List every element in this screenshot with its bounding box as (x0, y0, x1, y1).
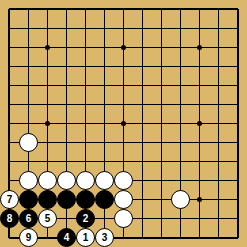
grid-line (161, 28, 162, 38)
intersection-k12[interactable] (171, 19, 190, 38)
intersection-k8[interactable] (171, 95, 190, 114)
intersection-a3[interactable]: 7 (0, 190, 19, 209)
grid-line (85, 47, 95, 48)
intersection-e3[interactable] (76, 190, 95, 209)
grid-line (85, 161, 95, 162)
grid-line (142, 180, 152, 181)
white-stone (95, 171, 114, 190)
grid-line (180, 142, 181, 152)
intersection-e4[interactable] (76, 171, 95, 190)
intersection-k11[interactable] (171, 38, 190, 57)
intersection-k7[interactable] (171, 114, 190, 133)
intersection-h13[interactable] (133, 0, 152, 19)
grid-line (180, 180, 181, 190)
intersection-h1[interactable] (133, 228, 152, 247)
intersection-f5[interactable] (95, 152, 114, 171)
grid-line (237, 9, 239, 19)
intersection-k5[interactable] (171, 152, 190, 171)
move-number-label: 7 (7, 195, 13, 205)
grid-line (237, 28, 239, 38)
intersection-g11[interactable] (114, 38, 133, 57)
grid-line (28, 85, 29, 95)
intersection-j5[interactable] (152, 152, 171, 171)
intersection-j3[interactable] (152, 190, 171, 209)
grid-line (9, 180, 19, 181)
intersection-NaN[interactable] (228, 133, 247, 152)
grid-line (66, 8, 76, 10)
intersection-c10[interactable] (38, 57, 57, 76)
grid-line (218, 237, 228, 239)
hoshi-dot (45, 45, 50, 50)
grid-line (28, 47, 29, 57)
intersection-a2[interactable]: 8 (0, 209, 19, 228)
grid-line (123, 28, 133, 29)
intersection-m11[interactable] (209, 38, 228, 57)
grid-line (47, 66, 57, 67)
grid-line (9, 85, 19, 86)
grid-line (142, 142, 143, 152)
grid-line (85, 85, 86, 95)
grid-line (161, 9, 162, 19)
intersection-c13[interactable] (38, 0, 57, 19)
intersection-m13[interactable] (209, 0, 228, 19)
intersection-k6[interactable] (171, 133, 190, 152)
intersection-b8[interactable] (19, 95, 38, 114)
intersection-j7[interactable] (152, 114, 171, 133)
grid-line (218, 28, 228, 29)
intersection-f6[interactable] (95, 133, 114, 152)
intersection-c8[interactable] (38, 95, 57, 114)
intersection-NaN[interactable] (228, 209, 247, 228)
intersection-h9[interactable] (133, 76, 152, 95)
intersection-d7[interactable] (57, 114, 76, 133)
intersection-b13[interactable] (19, 0, 38, 19)
intersection-NaN[interactable] (228, 19, 247, 38)
intersection-g6[interactable] (114, 133, 133, 152)
intersection-b9[interactable] (19, 76, 38, 95)
grid-line (104, 142, 105, 152)
intersection-b1[interactable]: 9 (19, 228, 38, 247)
intersection-NaN[interactable] (228, 0, 247, 19)
go-board: 786529413 (0, 0, 247, 247)
intersection-l9[interactable] (190, 76, 209, 95)
intersection-e6[interactable] (76, 133, 95, 152)
intersection-g9[interactable] (114, 76, 133, 95)
intersection-b6[interactable] (19, 133, 38, 152)
grid-line (28, 104, 38, 105)
intersection-k2[interactable] (171, 209, 190, 228)
intersection-g13[interactable] (114, 0, 133, 19)
grid-line (123, 161, 124, 171)
grid-line (180, 228, 181, 238)
grid-line (218, 85, 219, 95)
hoshi-dot (197, 121, 202, 126)
intersection-e9[interactable] (76, 76, 95, 95)
intersection-b4[interactable] (19, 171, 38, 190)
intersection-f1[interactable]: 3 (95, 228, 114, 247)
grid-line (66, 47, 76, 48)
grid-line (161, 180, 171, 181)
white-stone (38, 171, 57, 190)
grid-line (218, 47, 219, 57)
intersection-g12[interactable] (114, 19, 133, 38)
grid-line (66, 123, 67, 133)
intersection-c4[interactable] (38, 171, 57, 190)
grid-line (66, 28, 67, 38)
grid-line (142, 161, 152, 162)
intersection-f13[interactable] (95, 0, 114, 19)
intersection-c6[interactable] (38, 133, 57, 152)
move-number-label: 6 (26, 214, 32, 224)
intersection-NaN[interactable] (228, 152, 247, 171)
grid-line (142, 47, 143, 57)
grid-line (199, 104, 209, 105)
intersection-g2[interactable] (114, 209, 133, 228)
intersection-l12[interactable] (190, 19, 209, 38)
intersection-m4[interactable] (209, 171, 228, 190)
intersection-l10[interactable] (190, 57, 209, 76)
intersection-f12[interactable] (95, 19, 114, 38)
grid-line (218, 228, 219, 238)
grid-line (180, 9, 181, 19)
grid-line (180, 104, 181, 114)
intersection-d5[interactable] (57, 152, 76, 171)
intersection-f7[interactable] (95, 114, 114, 133)
black-stone (57, 190, 76, 209)
grid-line (237, 161, 239, 171)
grid-line (218, 180, 219, 190)
intersection-a13[interactable] (0, 0, 19, 19)
intersection-a8[interactable] (0, 95, 19, 114)
intersection-e7[interactable] (76, 114, 95, 133)
intersection-b12[interactable] (19, 19, 38, 38)
intersection-m2[interactable] (209, 209, 228, 228)
grid-line (47, 161, 57, 162)
intersection-g7[interactable] (114, 114, 133, 133)
intersection-b2[interactable]: 6 (19, 209, 38, 228)
intersection-l11[interactable] (190, 38, 209, 57)
intersection-h12[interactable] (133, 19, 152, 38)
intersection-b10[interactable] (19, 57, 38, 76)
intersection-a5[interactable] (0, 152, 19, 171)
grid-line (85, 123, 86, 133)
grid-line (199, 104, 200, 114)
grid-line (142, 28, 152, 29)
grid-line (9, 66, 19, 67)
intersection-a4[interactable] (0, 171, 19, 190)
grid-line (8, 180, 10, 190)
intersection-f4[interactable] (95, 171, 114, 190)
grid-line (123, 237, 133, 239)
grid-line (66, 218, 76, 219)
intersection-j2[interactable] (152, 209, 171, 228)
intersection-d10[interactable] (57, 57, 76, 76)
intersection-c9[interactable] (38, 76, 57, 95)
intersection-g10[interactable] (114, 57, 133, 76)
grid-line (142, 66, 152, 67)
intersection-d6[interactable] (57, 133, 76, 152)
grid-line (8, 9, 10, 19)
intersection-j12[interactable] (152, 19, 171, 38)
intersection-e5[interactable] (76, 152, 95, 171)
grid-line (8, 66, 10, 76)
intersection-c1[interactable] (38, 228, 57, 247)
intersection-m10[interactable] (209, 57, 228, 76)
intersection-a6[interactable] (0, 133, 19, 152)
intersection-d4[interactable] (57, 171, 76, 190)
grid-line (218, 85, 228, 86)
grid-line (180, 218, 190, 219)
intersection-f2[interactable] (95, 209, 114, 228)
hoshi-dot (197, 197, 202, 202)
intersection-h2[interactable] (133, 209, 152, 228)
grid-line (104, 104, 114, 105)
grid-line (218, 8, 228, 10)
intersection-g4[interactable] (114, 171, 133, 190)
grid-line (85, 47, 86, 57)
intersection-k4[interactable] (171, 171, 190, 190)
intersection-e2[interactable]: 2 (76, 209, 95, 228)
grid-line (142, 28, 143, 38)
move-number-label: 9 (26, 233, 32, 243)
white-stone (114, 190, 133, 209)
grid-line (218, 66, 228, 67)
intersection-m8[interactable] (209, 95, 228, 114)
intersection-e10[interactable] (76, 57, 95, 76)
intersection-b5[interactable] (19, 152, 38, 171)
intersection-e12[interactable] (76, 19, 95, 38)
grid-line (123, 228, 124, 238)
grid-line (142, 9, 143, 19)
intersection-d8[interactable] (57, 95, 76, 114)
intersection-d13[interactable] (57, 0, 76, 19)
intersection-a10[interactable] (0, 57, 19, 76)
intersection-g8[interactable] (114, 95, 133, 114)
intersection-NaN[interactable] (228, 171, 247, 190)
grid-line (180, 142, 190, 143)
intersection-b11[interactable] (19, 38, 38, 57)
intersection-NaN[interactable] (228, 114, 247, 133)
intersection-l3[interactable] (190, 190, 209, 209)
intersection-d2[interactable] (57, 209, 76, 228)
grid-line (199, 66, 209, 67)
intersection-a11[interactable] (0, 38, 19, 57)
grid-line (142, 161, 143, 171)
intersection-b7[interactable] (19, 114, 38, 133)
intersection-j9[interactable] (152, 76, 171, 95)
grid-line (237, 85, 239, 95)
intersection-m12[interactable] (209, 19, 228, 38)
grid-line (104, 28, 105, 38)
intersection-l6[interactable] (190, 133, 209, 152)
grid-line (104, 66, 114, 67)
grid-line (142, 85, 152, 86)
grid-line (199, 218, 209, 219)
intersection-l2[interactable] (190, 209, 209, 228)
grid-line (47, 28, 48, 38)
grid-line (199, 218, 200, 228)
grid-line (180, 123, 181, 133)
grid-line (161, 218, 162, 228)
intersection-d12[interactable] (57, 19, 76, 38)
grid-line (66, 85, 67, 95)
intersection-e13[interactable] (76, 0, 95, 19)
intersection-m3[interactable] (209, 190, 228, 209)
grid-line (199, 9, 200, 19)
grid-line (123, 8, 133, 10)
intersection-h10[interactable] (133, 57, 152, 76)
intersection-k10[interactable] (171, 57, 190, 76)
grid-line (28, 161, 29, 171)
grid-line (180, 161, 190, 162)
white-stone: 3 (95, 228, 114, 247)
intersection-NaN[interactable] (228, 95, 247, 114)
grid-line (237, 66, 239, 76)
grid-line (180, 85, 190, 86)
intersection-m7[interactable] (209, 114, 228, 133)
grid-line (142, 85, 143, 95)
intersection-NaN[interactable] (228, 190, 247, 209)
intersection-e1[interactable]: 1 (76, 228, 95, 247)
intersection-j10[interactable] (152, 57, 171, 76)
grid-line (28, 28, 29, 38)
intersection-h5[interactable] (133, 152, 152, 171)
intersection-l4[interactable] (190, 171, 209, 190)
intersection-f3[interactable] (95, 190, 114, 209)
intersection-NaN[interactable] (228, 57, 247, 76)
intersection-j11[interactable] (152, 38, 171, 57)
intersection-j4[interactable] (152, 171, 171, 190)
grid-line (85, 123, 95, 124)
intersection-m1[interactable] (209, 228, 228, 247)
intersection-c3[interactable] (38, 190, 57, 209)
intersection-h11[interactable] (133, 38, 152, 57)
intersection-l5[interactable] (190, 152, 209, 171)
intersection-m5[interactable] (209, 152, 228, 171)
intersection-f11[interactable] (95, 38, 114, 57)
intersection-l13[interactable] (190, 0, 209, 19)
intersection-g1[interactable] (114, 228, 133, 247)
intersection-NaN[interactable] (228, 38, 247, 57)
grid-line (104, 85, 105, 95)
grid-line (199, 228, 200, 238)
black-stone: 2 (76, 209, 95, 228)
grid-line (180, 161, 181, 171)
hoshi-dot (45, 121, 50, 126)
intersection-l1[interactable] (190, 228, 209, 247)
intersection-d1[interactable]: 4 (57, 228, 76, 247)
intersection-m9[interactable] (209, 76, 228, 95)
intersection-j13[interactable] (152, 0, 171, 19)
intersection-f9[interactable] (95, 76, 114, 95)
grid-line (104, 218, 114, 219)
grid-line (161, 199, 171, 200)
intersection-k9[interactable] (171, 76, 190, 95)
intersection-k3[interactable] (171, 190, 190, 209)
grid-line (161, 104, 162, 114)
grid-line (161, 47, 171, 48)
intersection-f8[interactable] (95, 95, 114, 114)
intersection-c12[interactable] (38, 19, 57, 38)
intersection-a1[interactable] (0, 228, 19, 247)
intersection-g5[interactable] (114, 152, 133, 171)
grid-line (161, 218, 171, 219)
intersection-d9[interactable] (57, 76, 76, 95)
grid-line (237, 228, 239, 238)
grid-line (85, 161, 86, 171)
grid-line (85, 9, 86, 19)
grid-line (218, 123, 219, 133)
grid-line (237, 199, 239, 209)
intersection-d3[interactable] (57, 190, 76, 209)
intersection-e8[interactable] (76, 95, 95, 114)
intersection-a12[interactable] (0, 19, 19, 38)
intersection-l8[interactable] (190, 95, 209, 114)
intersection-a9[interactable] (0, 76, 19, 95)
grid-line (142, 47, 152, 48)
grid-line (8, 228, 10, 238)
intersection-c2[interactable]: 5 (38, 209, 57, 228)
grid-line (180, 47, 181, 57)
grid-line (104, 161, 105, 171)
intersection-k1[interactable] (171, 228, 190, 247)
intersection-g3[interactable] (114, 190, 133, 209)
grid-line (28, 66, 29, 76)
grid-line (218, 28, 219, 38)
intersection-h4[interactable] (133, 171, 152, 190)
intersection-c5[interactable] (38, 152, 57, 171)
intersection-l7[interactable] (190, 114, 209, 133)
intersection-m6[interactable] (209, 133, 228, 152)
grid-line (142, 104, 143, 114)
grid-line (28, 123, 29, 133)
intersection-k13[interactable] (171, 0, 190, 19)
grid-line (142, 8, 152, 10)
grid-line (161, 123, 162, 133)
intersection-NaN[interactable] (228, 228, 247, 247)
intersection-d11[interactable] (57, 38, 76, 57)
intersection-j1[interactable] (152, 228, 171, 247)
intersection-NaN[interactable] (228, 76, 247, 95)
intersection-h3[interactable] (133, 190, 152, 209)
intersection-c7[interactable] (38, 114, 57, 133)
intersection-b3[interactable] (19, 190, 38, 209)
grid-line (85, 28, 86, 38)
intersection-h8[interactable] (133, 95, 152, 114)
intersection-h6[interactable] (133, 133, 152, 152)
grid-line (47, 104, 48, 114)
grid-line (8, 142, 10, 152)
grid-line (104, 123, 114, 124)
intersection-c11[interactable] (38, 38, 57, 57)
grid-line (66, 142, 76, 143)
move-number-label: 1 (83, 233, 89, 243)
intersection-j6[interactable] (152, 133, 171, 152)
intersection-f10[interactable] (95, 57, 114, 76)
intersection-a7[interactable] (0, 114, 19, 133)
grid-line (28, 104, 29, 114)
grid-line (104, 218, 105, 228)
intersection-j8[interactable] (152, 95, 171, 114)
grid-line (28, 66, 38, 67)
grid-line (123, 142, 124, 152)
grid-line (199, 180, 200, 190)
intersection-h7[interactable] (133, 114, 152, 133)
grid-line (142, 199, 143, 209)
grid-line (218, 161, 219, 171)
grid-line (123, 104, 133, 105)
intersection-e11[interactable] (76, 38, 95, 57)
